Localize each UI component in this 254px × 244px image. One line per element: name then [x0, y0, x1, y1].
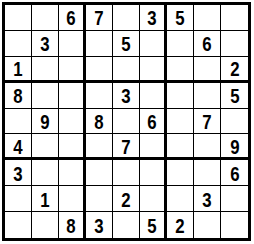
given-digit: 3: [94, 214, 103, 236]
cell-r4c3[interactable]: [59, 83, 86, 109]
cell-r5c6[interactable]: 6: [140, 109, 167, 135]
cell-r5c2[interactable]: 9: [32, 109, 59, 135]
cell-r7c2[interactable]: [32, 160, 59, 186]
cell-r8c6[interactable]: [140, 186, 167, 212]
sudoku-board: 6735356128359867479361238352: [2, 2, 251, 241]
cell-r2c1[interactable]: [5, 31, 32, 57]
given-digit: 8: [66, 214, 75, 236]
given-digit: 9: [40, 110, 49, 132]
cell-r9c6[interactable]: 5: [140, 212, 167, 238]
given-digit: 1: [13, 57, 22, 79]
given-digit: 2: [121, 188, 130, 210]
cell-r6c6[interactable]: [140, 134, 167, 160]
cell-r2c3[interactable]: [59, 31, 86, 57]
given-digit: 5: [147, 214, 156, 236]
cell-r8c1[interactable]: [5, 186, 32, 212]
cell-r2c7[interactable]: [167, 31, 194, 57]
cell-r7c1[interactable]: 3: [5, 160, 32, 186]
cell-r9c7[interactable]: 2: [167, 212, 194, 238]
given-digit: 3: [13, 162, 22, 184]
given-digit: 5: [230, 84, 239, 106]
given-digit: 9: [230, 135, 239, 157]
given-digit: 7: [94, 6, 103, 28]
cell-r3c4[interactable]: [86, 57, 113, 83]
given-digit: 2: [230, 57, 239, 79]
cell-r9c9[interactable]: [221, 212, 248, 238]
cell-r6c5[interactable]: 7: [113, 134, 140, 160]
given-digit: 1: [40, 188, 49, 210]
cell-r4c6[interactable]: [140, 83, 167, 109]
given-digit: 3: [40, 32, 49, 54]
cell-r6c3[interactable]: [59, 134, 86, 160]
given-digit: 7: [121, 135, 130, 157]
cell-r4c5[interactable]: 3: [113, 83, 140, 109]
cell-r3c1[interactable]: 1: [5, 57, 32, 83]
cell-r5c9[interactable]: [221, 109, 248, 135]
cell-r7c4[interactable]: [86, 160, 113, 186]
given-digit: 6: [147, 110, 156, 132]
cell-r1c4[interactable]: 7: [86, 5, 113, 31]
cell-r7c9[interactable]: 6: [221, 160, 248, 186]
cell-r3c3[interactable]: [59, 57, 86, 83]
given-digit: 8: [13, 84, 22, 106]
given-digit: 5: [121, 32, 130, 54]
cell-r8c2[interactable]: 1: [32, 186, 59, 212]
given-digit: 3: [202, 188, 211, 210]
cell-r5c5[interactable]: [113, 109, 140, 135]
cell-r4c9[interactable]: 5: [221, 83, 248, 109]
cell-r5c4[interactable]: 8: [86, 109, 113, 135]
cell-r1c9[interactable]: [221, 5, 248, 31]
cell-r3c2[interactable]: [32, 57, 59, 83]
cell-r5c1[interactable]: [5, 109, 32, 135]
cell-r9c3[interactable]: 8: [59, 212, 86, 238]
given-digit: 8: [94, 110, 103, 132]
cell-r2c9[interactable]: [221, 31, 248, 57]
cell-r7c6[interactable]: [140, 160, 167, 186]
cell-r2c8[interactable]: 6: [194, 31, 221, 57]
cell-r1c1[interactable]: [5, 5, 32, 31]
cell-r7c7[interactable]: [167, 160, 194, 186]
cell-r1c3[interactable]: 6: [59, 5, 86, 31]
given-digit: 4: [13, 135, 22, 157]
cell-r4c4[interactable]: [86, 83, 113, 109]
given-digit: 7: [202, 110, 211, 132]
cell-r1c2[interactable]: [32, 5, 59, 31]
cell-r1c8[interactable]: [194, 5, 221, 31]
given-digit: 3: [121, 84, 130, 106]
cell-r1c6[interactable]: 3: [140, 5, 167, 31]
cell-r6c9[interactable]: 9: [221, 134, 248, 160]
cell-r9c1[interactable]: [5, 212, 32, 238]
cell-r7c5[interactable]: [113, 160, 140, 186]
cell-r3c8[interactable]: [194, 57, 221, 83]
cell-r8c8[interactable]: 3: [194, 186, 221, 212]
cell-r2c4[interactable]: [86, 31, 113, 57]
cell-r5c7[interactable]: [167, 109, 194, 135]
given-digit: 6: [230, 162, 239, 184]
cell-r6c7[interactable]: [167, 134, 194, 160]
cell-r8c3[interactable]: [59, 186, 86, 212]
cell-r8c5[interactable]: 2: [113, 186, 140, 212]
cell-r2c6[interactable]: [140, 31, 167, 57]
cell-r5c8[interactable]: 7: [194, 109, 221, 135]
cell-r2c2[interactable]: 3: [32, 31, 59, 57]
cell-r3c9[interactable]: 2: [221, 57, 248, 83]
cell-r2c5[interactable]: 5: [113, 31, 140, 57]
cell-r7c3[interactable]: [59, 160, 86, 186]
cell-r4c2[interactable]: [32, 83, 59, 109]
cell-r8c7[interactable]: [167, 186, 194, 212]
given-digit: 5: [175, 6, 184, 28]
cell-r4c7[interactable]: [167, 83, 194, 109]
cell-r9c4[interactable]: 3: [86, 212, 113, 238]
given-digit: 3: [147, 6, 156, 28]
cell-r8c9[interactable]: [221, 186, 248, 212]
cell-r9c8[interactable]: [194, 212, 221, 238]
cell-r1c5[interactable]: [113, 5, 140, 31]
cell-r4c8[interactable]: [194, 83, 221, 109]
cell-r9c5[interactable]: [113, 212, 140, 238]
cell-r6c1[interactable]: 4: [5, 134, 32, 160]
given-digit: 6: [202, 32, 211, 54]
cell-r3c5[interactable]: [113, 57, 140, 83]
cell-r6c8[interactable]: [194, 134, 221, 160]
cell-r3c7[interactable]: [167, 57, 194, 83]
cell-r6c2[interactable]: [32, 134, 59, 160]
given-digit: 2: [175, 214, 184, 236]
cell-r4c1[interactable]: 8: [5, 83, 32, 109]
cell-r1c7[interactable]: 5: [167, 5, 194, 31]
cell-r6c4[interactable]: [86, 134, 113, 160]
cell-r5c3[interactable]: [59, 109, 86, 135]
cell-r8c4[interactable]: [86, 186, 113, 212]
cell-r3c6[interactable]: [140, 57, 167, 83]
cell-r7c8[interactable]: [194, 160, 221, 186]
cell-r9c2[interactable]: [32, 212, 59, 238]
given-digit: 6: [66, 6, 75, 28]
